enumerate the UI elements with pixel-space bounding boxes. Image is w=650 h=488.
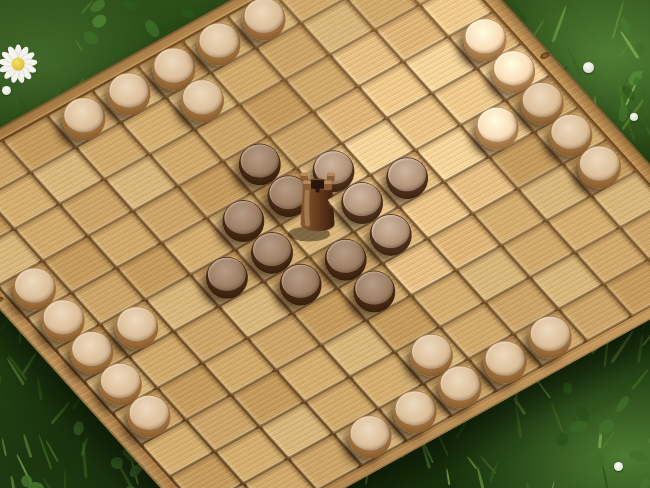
grass-blade (22, 434, 32, 458)
grass-blade (631, 368, 649, 390)
grass-blade (22, 40, 33, 65)
attacker-piece-e11[interactable] (107, 72, 150, 115)
clover-leaf (181, 8, 194, 18)
grass-blade (489, 462, 498, 482)
defender-piece-e5[interactable] (280, 264, 322, 306)
clover-leaf (109, 47, 124, 56)
grass-blade (550, 401, 564, 432)
clover-leaf (628, 448, 649, 462)
grass-blade (1, 67, 19, 87)
grass-blade (50, 402, 70, 425)
attacker-piece-e1[interactable] (394, 390, 437, 433)
grass-blade (0, 58, 8, 94)
attacker-piece-f1[interactable] (439, 366, 482, 409)
defender-piece-h6[interactable] (386, 157, 428, 199)
clover-leaf (563, 382, 572, 394)
grass-blade (36, 376, 43, 399)
grass-blade (22, 352, 38, 374)
grass-blade (42, 477, 65, 488)
clover-leaf (120, 0, 139, 12)
defender-piece-g5[interactable] (370, 214, 412, 256)
attacker-piece-f10[interactable] (181, 79, 224, 122)
grass-blade (64, 470, 67, 488)
grass-blade (567, 47, 583, 78)
defender-piece-d6[interactable] (206, 257, 248, 299)
attacker-piece-d1[interactable] (348, 415, 391, 458)
attacker-piece-d11[interactable] (62, 97, 105, 140)
photo-scene (0, 0, 650, 488)
grass-blade (0, 376, 3, 393)
attacker-piece-b6[interactable] (115, 306, 158, 349)
grass-blade (10, 475, 17, 488)
attacker-piece-k4[interactable] (578, 146, 621, 189)
defender-piece-f4[interactable] (353, 271, 395, 313)
grass-blade (525, 482, 533, 488)
clover-leaf (613, 394, 631, 414)
attacker-piece-j6[interactable] (476, 107, 519, 150)
clover-leaf (81, 28, 101, 47)
grass-blade (544, 480, 555, 488)
clover-leaf (143, 17, 162, 38)
wood-knot (539, 51, 551, 60)
attacker-piece-g11[interactable] (197, 23, 240, 66)
grass-blade (551, 5, 567, 42)
clover-leaf (553, 430, 572, 449)
grass-blade (445, 468, 450, 485)
attacker-piece-g1[interactable] (484, 341, 527, 384)
grass-blade (1, 438, 7, 456)
grass-blade (18, 97, 27, 109)
grass-blade (637, 334, 644, 363)
grass-blade (74, 40, 82, 52)
clover-leaf (72, 420, 84, 435)
grass-blade (476, 467, 487, 488)
attacker-piece-h1[interactable] (529, 316, 572, 359)
clover-leaf (637, 476, 650, 488)
grass-blade (645, 125, 650, 161)
attacker-piece-a4[interactable] (127, 395, 170, 438)
grass-blade (512, 397, 525, 415)
wood-knot (0, 296, 4, 303)
